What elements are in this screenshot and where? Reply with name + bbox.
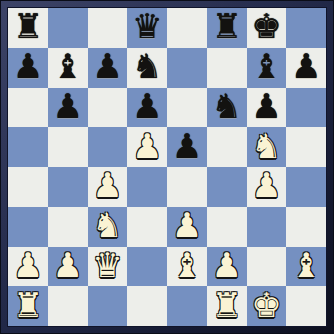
piece-white-king[interactable]: ♚ [251, 286, 281, 324]
square-d7[interactable]: ♞ [127, 48, 167, 88]
square-d2[interactable] [127, 247, 167, 287]
square-a7[interactable]: ♟ [8, 48, 48, 88]
piece-black-queen[interactable]: ♛ [132, 8, 162, 46]
piece-white-pawn[interactable]: ♟ [92, 167, 122, 205]
square-c2[interactable]: ♛ [88, 247, 128, 287]
piece-black-pawn[interactable]: ♟ [172, 127, 202, 165]
square-f3[interactable] [207, 207, 247, 247]
square-b4[interactable] [48, 167, 88, 207]
square-f1[interactable]: ♜ [207, 286, 247, 326]
square-g8[interactable]: ♚ [247, 8, 287, 48]
piece-black-pawn[interactable]: ♟ [251, 88, 281, 126]
piece-black-bishop[interactable]: ♝ [251, 48, 281, 86]
square-a4[interactable] [8, 167, 48, 207]
square-d1[interactable] [127, 286, 167, 326]
piece-black-pawn[interactable]: ♟ [92, 48, 122, 86]
square-e2[interactable]: ♝ [167, 247, 207, 287]
piece-white-rook[interactable]: ♜ [211, 286, 241, 324]
piece-black-king[interactable]: ♚ [251, 8, 281, 46]
piece-white-pawn[interactable]: ♟ [132, 127, 162, 165]
square-a2[interactable]: ♟ [8, 247, 48, 287]
square-d5[interactable]: ♟ [127, 127, 167, 167]
piece-black-pawn[interactable]: ♟ [132, 88, 162, 126]
square-a1[interactable]: ♜ [8, 286, 48, 326]
piece-black-pawn[interactable]: ♟ [52, 88, 82, 126]
square-h4[interactable] [286, 167, 326, 207]
piece-white-bishop[interactable]: ♝ [291, 247, 321, 285]
square-h5[interactable] [286, 127, 326, 167]
square-e7[interactable] [167, 48, 207, 88]
square-e3[interactable]: ♟ [167, 207, 207, 247]
square-g2[interactable] [247, 247, 287, 287]
piece-white-rook[interactable]: ♜ [13, 286, 43, 324]
square-h6[interactable] [286, 88, 326, 128]
square-e1[interactable] [167, 286, 207, 326]
square-h8[interactable] [286, 8, 326, 48]
piece-black-bishop[interactable]: ♝ [52, 48, 82, 86]
square-b3[interactable] [48, 207, 88, 247]
square-b6[interactable]: ♟ [48, 88, 88, 128]
square-b1[interactable] [48, 286, 88, 326]
square-e5[interactable]: ♟ [167, 127, 207, 167]
square-f6[interactable]: ♞ [207, 88, 247, 128]
square-g3[interactable] [247, 207, 287, 247]
square-h7[interactable]: ♟ [286, 48, 326, 88]
square-d4[interactable] [127, 167, 167, 207]
square-f8[interactable]: ♜ [207, 8, 247, 48]
square-e8[interactable] [167, 8, 207, 48]
piece-black-pawn[interactable]: ♟ [291, 48, 321, 86]
square-b7[interactable]: ♝ [48, 48, 88, 88]
square-h3[interactable] [286, 207, 326, 247]
piece-white-pawn[interactable]: ♟ [13, 247, 43, 285]
piece-white-pawn[interactable]: ♟ [211, 247, 241, 285]
piece-black-rook[interactable]: ♜ [211, 8, 241, 46]
square-a6[interactable] [8, 88, 48, 128]
board-frame: ♜♛♜♚♟♝♟♞♝♟♟♟♞♟♟♟♞♟♟♞♟♟♟♛♝♟♝♜♜♚ [0, 0, 334, 334]
square-d8[interactable]: ♛ [127, 8, 167, 48]
square-c1[interactable] [88, 286, 128, 326]
piece-white-queen[interactable]: ♛ [92, 247, 122, 285]
square-c4[interactable]: ♟ [88, 167, 128, 207]
square-d3[interactable] [127, 207, 167, 247]
square-f7[interactable] [207, 48, 247, 88]
piece-white-knight[interactable]: ♞ [92, 207, 122, 245]
piece-white-pawn[interactable]: ♟ [52, 247, 82, 285]
square-a8[interactable]: ♜ [8, 8, 48, 48]
piece-black-knight[interactable]: ♞ [132, 48, 162, 86]
square-e4[interactable] [167, 167, 207, 207]
square-c7[interactable]: ♟ [88, 48, 128, 88]
piece-white-pawn[interactable]: ♟ [172, 207, 202, 245]
square-e6[interactable] [167, 88, 207, 128]
square-g4[interactable]: ♟ [247, 167, 287, 207]
piece-black-pawn[interactable]: ♟ [13, 48, 43, 86]
square-g6[interactable]: ♟ [247, 88, 287, 128]
chess-board: ♜♛♜♚♟♝♟♞♝♟♟♟♞♟♟♟♞♟♟♞♟♟♟♛♝♟♝♜♜♚ [8, 8, 326, 326]
square-h1[interactable] [286, 286, 326, 326]
piece-black-knight[interactable]: ♞ [211, 88, 241, 126]
square-b2[interactable]: ♟ [48, 247, 88, 287]
square-c5[interactable] [88, 127, 128, 167]
square-g1[interactable]: ♚ [247, 286, 287, 326]
square-d6[interactable]: ♟ [127, 88, 167, 128]
square-b8[interactable] [48, 8, 88, 48]
piece-black-rook[interactable]: ♜ [13, 8, 43, 46]
square-b5[interactable] [48, 127, 88, 167]
square-f5[interactable] [207, 127, 247, 167]
square-f4[interactable] [207, 167, 247, 207]
square-g5[interactable]: ♞ [247, 127, 287, 167]
square-c3[interactable]: ♞ [88, 207, 128, 247]
square-a5[interactable] [8, 127, 48, 167]
piece-white-knight[interactable]: ♞ [251, 127, 281, 165]
square-a3[interactable] [8, 207, 48, 247]
square-c8[interactable] [88, 8, 128, 48]
square-c6[interactable] [88, 88, 128, 128]
piece-white-pawn[interactable]: ♟ [251, 167, 281, 205]
square-h2[interactable]: ♝ [286, 247, 326, 287]
piece-white-bishop[interactable]: ♝ [172, 247, 202, 285]
square-g7[interactable]: ♝ [247, 48, 287, 88]
square-f2[interactable]: ♟ [207, 247, 247, 287]
